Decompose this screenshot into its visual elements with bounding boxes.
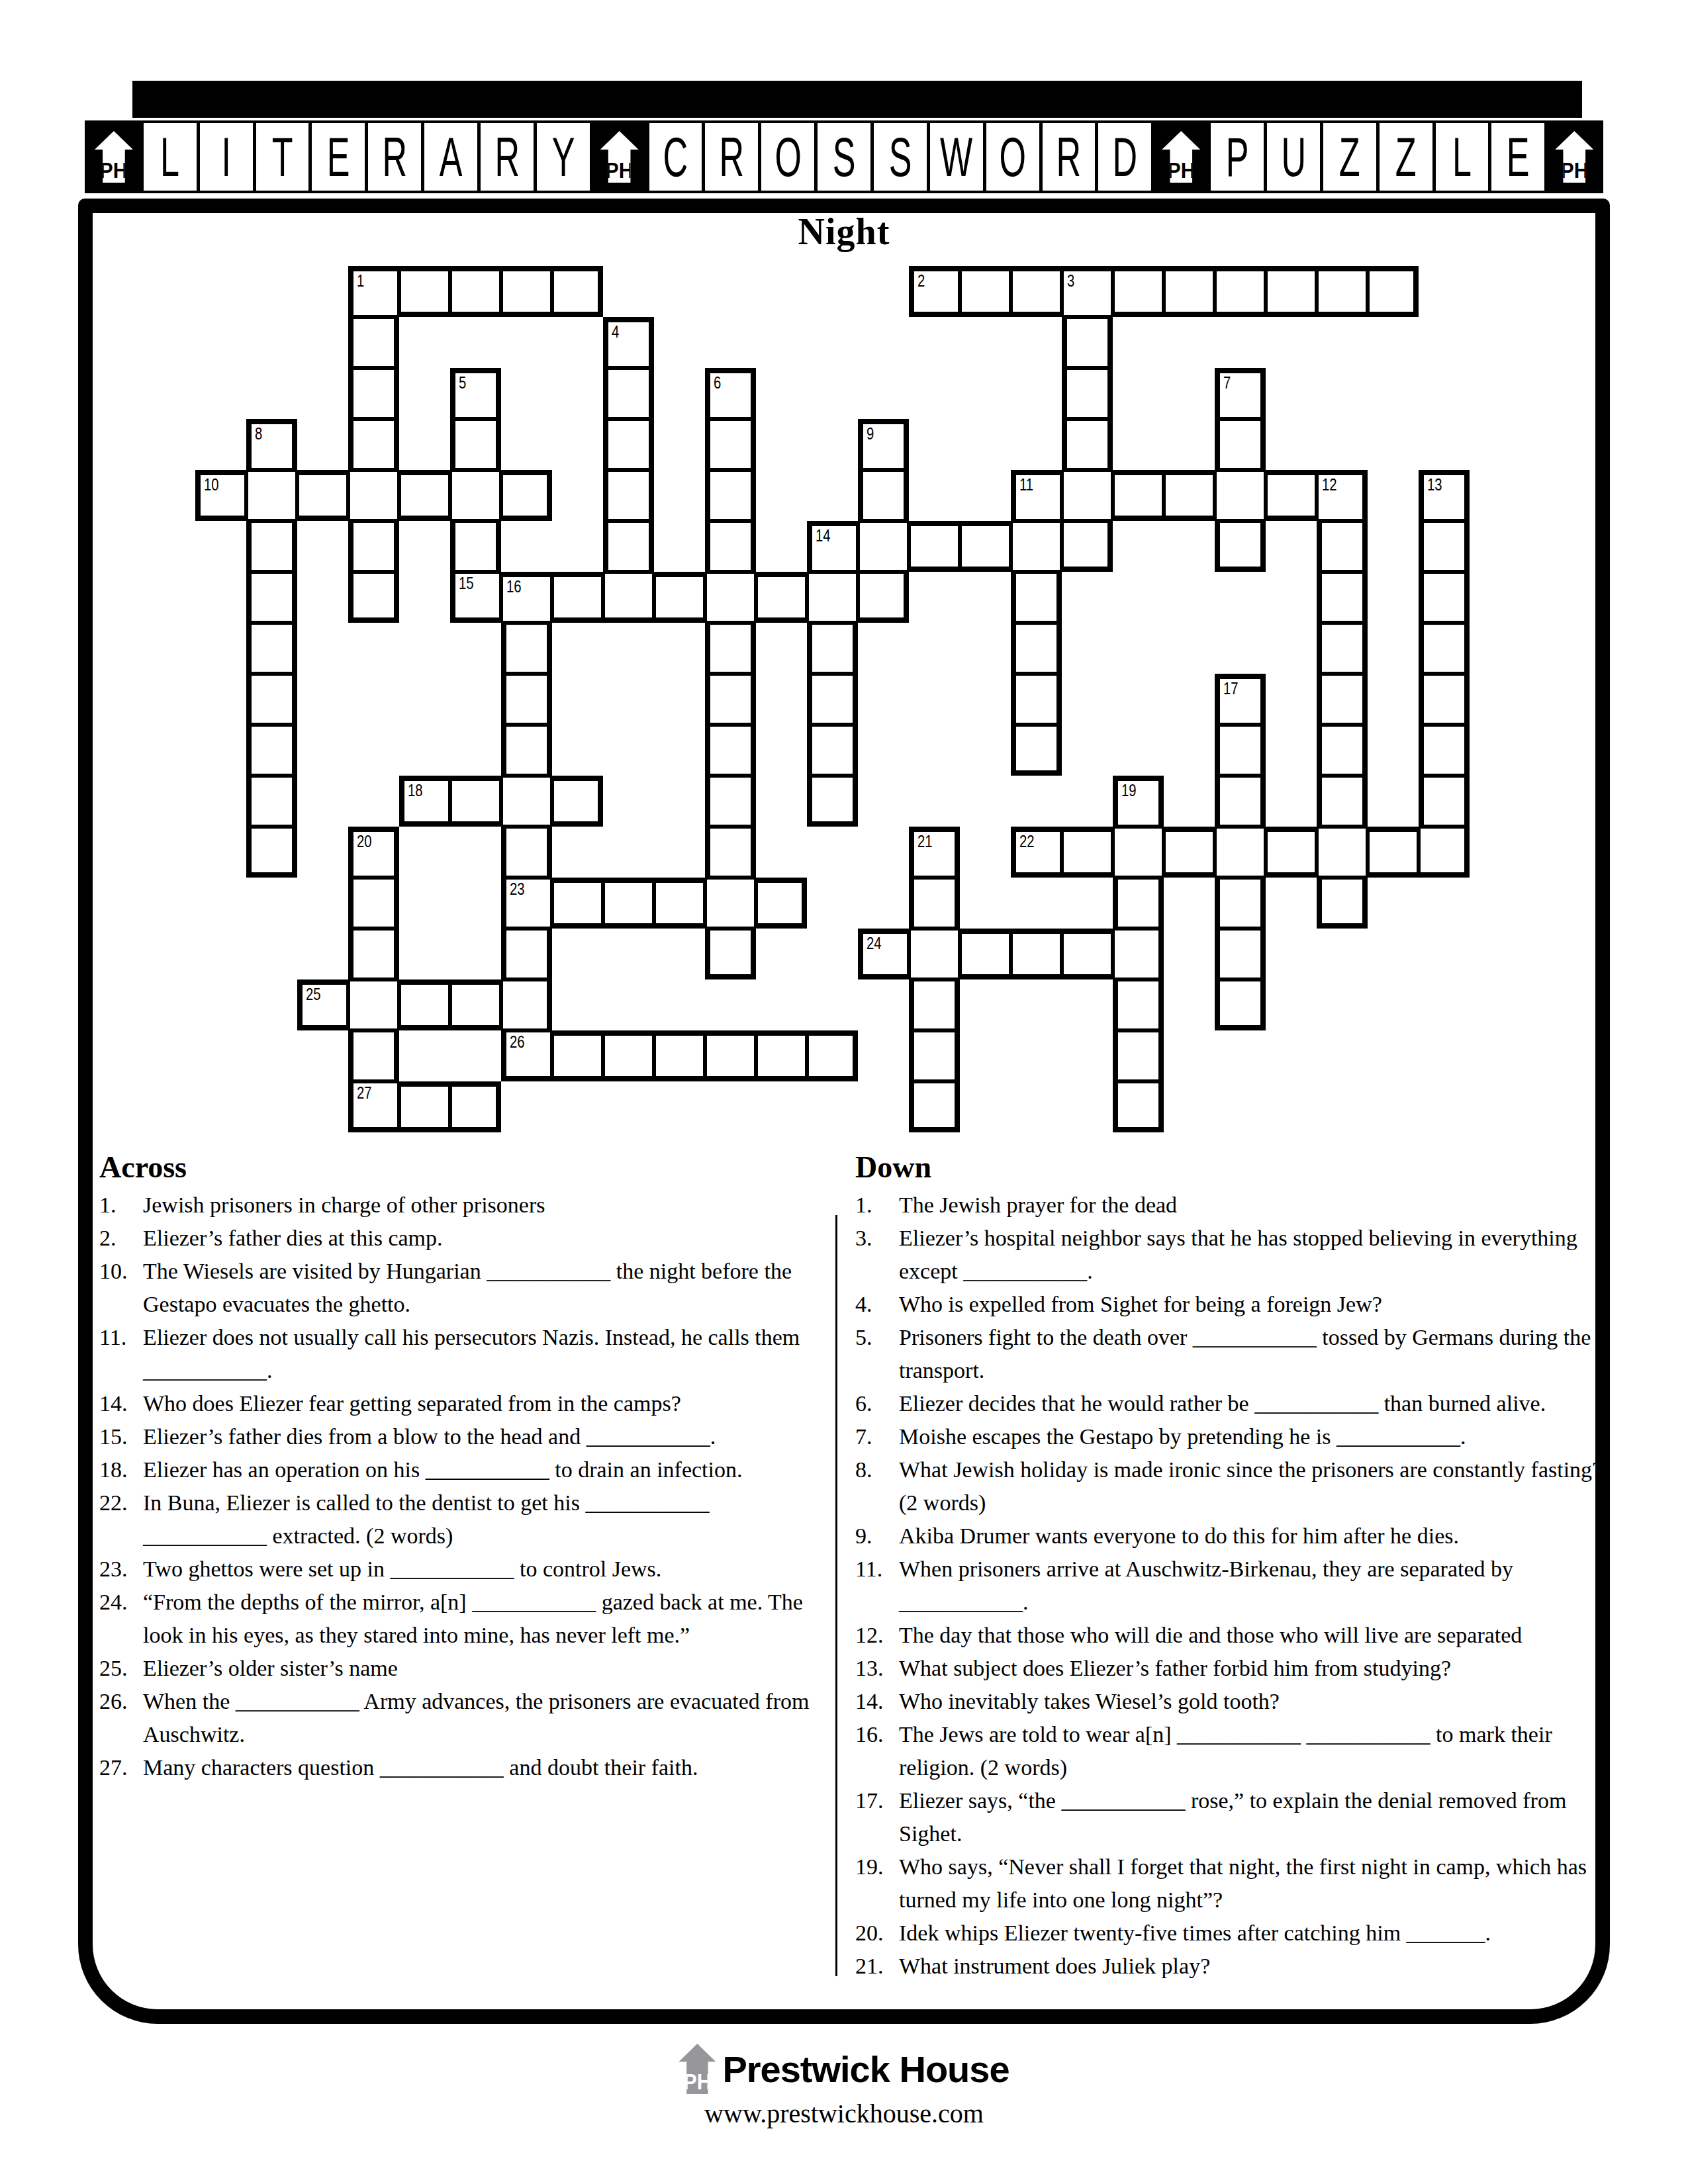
grid-cell-r9c6[interactable]: [501, 725, 552, 776]
grid-cell-r11c3[interactable]: 20: [348, 827, 399, 878]
clue-number: 24.: [99, 1586, 128, 1619]
grid-cell-r9c1[interactable]: [246, 725, 297, 776]
grid-cell-r7c16[interactable]: [1011, 623, 1062, 674]
banner-letter-tile: W: [930, 123, 983, 191]
across-clue-item: 25.Eliezer’s older sister’s name: [99, 1652, 827, 1685]
grid-cell-r3c17[interactable]: [1062, 419, 1113, 470]
grid-cell-r11c22[interactable]: [1317, 827, 1368, 878]
grid-cell-r4c0[interactable]: 10: [195, 470, 246, 521]
clue-text: The Wiesels are visited by Hungarian ___…: [143, 1259, 792, 1316]
grid-cell-r5c10[interactable]: [705, 521, 756, 572]
banner-letter-tile: S: [874, 123, 927, 191]
crossword-board: 1234567891011121314151617181920212223242…: [195, 266, 1470, 1132]
publisher-url: www.prestwickhouse.com: [0, 2098, 1688, 2129]
grid-cell-r3c8[interactable]: [603, 419, 654, 470]
grid-cell-r16c4[interactable]: [399, 1081, 450, 1132]
grid-cell-r15c6[interactable]: 26: [501, 1030, 552, 1081]
grid-cell-r6c22[interactable]: [1317, 572, 1368, 623]
clue-number: 15.: [99, 1420, 128, 1453]
grid-cell-r5c17[interactable]: [1062, 521, 1113, 572]
page-title: Night: [0, 210, 1688, 253]
grid-cell-r8c12[interactable]: [807, 674, 858, 725]
grid-cell-r12c3[interactable]: [348, 878, 399, 929]
across-clue-item: 10.The Wiesels are visited by Hungarian …: [99, 1255, 827, 1321]
grid-cell-r15c3[interactable]: [348, 1030, 399, 1081]
down-clue-list: 1.The Jewish prayer for the dead3.Elieze…: [855, 1189, 1603, 1983]
grid-cell-r12c18[interactable]: [1113, 878, 1164, 929]
grid-cell-r15c11[interactable]: [756, 1030, 807, 1081]
clue-text: What instrument does Juliek play?: [899, 1954, 1210, 1978]
across-clue-item: 14.Who does Eliezer fear getting separat…: [99, 1387, 827, 1420]
clue-text: Who does Eliezer fear getting separated …: [143, 1391, 681, 1416]
clue-number: 11.: [855, 1553, 882, 1586]
clue-number: 11.: [99, 1321, 126, 1354]
grid-cell-r4c22[interactable]: 12: [1317, 470, 1368, 521]
grid-cell-r9c20[interactable]: [1215, 725, 1266, 776]
grid-cell-r7c12[interactable]: [807, 623, 858, 674]
grid-cell-r6c5[interactable]: 15: [450, 572, 501, 623]
grid-cell-r4c10[interactable]: [705, 470, 756, 521]
down-clues-section: Down 1.The Jewish prayer for the dead3.E…: [855, 1150, 1603, 1983]
top-rule-bar: [132, 81, 1582, 118]
grid-cell-r4c6[interactable]: [501, 470, 552, 521]
worksheet-page: { "header": { "tiles": ["*","L","I","T",…: [0, 0, 1688, 2184]
clue-number-label: 15: [459, 574, 474, 592]
clue-text: The Jews are told to wear a[n] _________…: [899, 1722, 1552, 1780]
clue-number-label: 4: [612, 323, 619, 341]
clue-number: 19.: [855, 1850, 884, 1884]
grid-cell-r2c3[interactable]: [348, 368, 399, 419]
grid-cell-r3c10[interactable]: [705, 419, 756, 470]
grid-cell-r16c3[interactable]: 27: [348, 1081, 399, 1132]
clue-text: What Jewish holiday is made ironic since…: [899, 1457, 1602, 1515]
clue-number-label: 5: [459, 374, 466, 392]
grid-cell-r0c14[interactable]: 2: [909, 266, 960, 317]
grid-cell-r7c22[interactable]: [1317, 623, 1368, 674]
banner-letter-tile: R: [1043, 123, 1096, 191]
clue-number-label: 11: [1019, 476, 1033, 494]
grid-cell-r16c5[interactable]: [450, 1081, 501, 1132]
grid-cell-r5c3[interactable]: [348, 521, 399, 572]
grid-cell-r0c20[interactable]: [1215, 266, 1266, 317]
down-clue-item: 20.Idek whips Eliezer twenty-five times …: [855, 1917, 1603, 1950]
clue-number-label: 26: [510, 1033, 525, 1051]
clue-number: 14.: [855, 1685, 884, 1718]
clue-text: Eliezer does not usually call his persec…: [143, 1325, 800, 1383]
grid-cell-r5c24[interactable]: [1419, 521, 1470, 572]
clue-number: 13.: [855, 1652, 884, 1685]
down-clue-item: 8.What Jewish holiday is made ironic sin…: [855, 1453, 1603, 1520]
grid-cell-r9c22[interactable]: [1317, 725, 1368, 776]
grid-cell-r0c3[interactable]: 1: [348, 266, 399, 317]
grid-cell-r5c15[interactable]: [960, 521, 1011, 572]
down-clue-item: 3.Eliezer’s hospital neighbor says that …: [855, 1222, 1603, 1288]
grid-cell-r12c20[interactable]: [1215, 878, 1266, 929]
grid-cell-r5c13[interactable]: [858, 521, 909, 572]
banner-letter-tile: C: [649, 123, 702, 191]
grid-cell-r14c2[interactable]: 25: [297, 979, 348, 1030]
clue-number-label: 2: [917, 272, 925, 290]
grid-cell-r0c7[interactable]: [552, 266, 603, 317]
prestwick-house-logo-icon: PH: [593, 123, 646, 191]
clue-text: Prisoners fight to the death over ______…: [899, 1325, 1591, 1383]
prestwick-house-logo-icon: PH: [1154, 123, 1207, 191]
grid-cell-r0c17[interactable]: 3: [1062, 266, 1113, 317]
grid-cell-r15c12[interactable]: [807, 1030, 858, 1081]
grid-cell-r6c16[interactable]: [1011, 572, 1062, 623]
clue-number: 5.: [855, 1321, 872, 1354]
grid-cell-r2c20[interactable]: 7: [1215, 368, 1266, 419]
grid-cell-r7c10[interactable]: [705, 623, 756, 674]
clue-text: Eliezer has an operation on his ________…: [143, 1457, 742, 1482]
grid-cell-r11c1[interactable]: [246, 827, 297, 878]
grid-cell-r4c1[interactable]: [246, 470, 297, 521]
clue-text: Eliezer’s hospital neighbor says that he…: [899, 1226, 1577, 1283]
grid-cell-r5c16[interactable]: [1011, 521, 1062, 572]
grid-cell-r10c18[interactable]: 19: [1113, 776, 1164, 827]
grid-cell-r6c10[interactable]: [705, 572, 756, 623]
clue-number: 17.: [855, 1784, 884, 1817]
grid-cell-r0c5[interactable]: [450, 266, 501, 317]
clue-number-label: 25: [306, 985, 321, 1003]
grid-cell-r12c7[interactable]: [552, 878, 603, 929]
grid-cell-r11c17[interactable]: [1062, 827, 1113, 878]
grid-cell-r14c4[interactable]: [399, 979, 450, 1030]
grid-cell-r4c8[interactable]: [603, 470, 654, 521]
grid-cell-r4c16[interactable]: 11: [1011, 470, 1062, 521]
grid-cell-r11c18[interactable]: [1113, 827, 1164, 878]
down-clue-item: 14.Who inevitably takes Wiesel’s gold to…: [855, 1685, 1603, 1718]
clue-number: 4.: [855, 1288, 872, 1321]
grid-cell-r4c17[interactable]: [1062, 470, 1113, 521]
clue-text: Many characters question ___________ and…: [143, 1755, 698, 1780]
clue-text: Akiba Drumer wants everyone to do this f…: [899, 1524, 1459, 1548]
grid-cell-r13c17[interactable]: [1062, 929, 1113, 979]
grid-cell-r3c20[interactable]: [1215, 419, 1266, 470]
grid-cell-r13c14[interactable]: [909, 929, 960, 979]
clue-number-label: 21: [917, 833, 933, 850]
clue-number: 23.: [99, 1553, 128, 1586]
grid-cell-r10c5[interactable]: [450, 776, 501, 827]
grid-cell-r14c14[interactable]: [909, 979, 960, 1030]
clue-number-label: 12: [1322, 476, 1337, 494]
grid-cell-r11c19[interactable]: [1164, 827, 1215, 878]
clue-number: 10.: [99, 1255, 128, 1288]
across-clue-list: 1.Jewish prisoners in charge of other pr…: [99, 1189, 827, 1784]
down-clue-item: 13.What subject does Eliezer’s father fo…: [855, 1652, 1603, 1685]
clue-text: When the ___________ Army advances, the …: [143, 1689, 809, 1747]
clue-text: Eliezer’s older sister’s name: [143, 1656, 398, 1680]
clue-number-label: 13: [1427, 476, 1442, 494]
grid-cell-r11c10[interactable]: [705, 827, 756, 878]
grid-cell-r0c23[interactable]: [1368, 266, 1419, 317]
grid-cell-r14c20[interactable]: [1215, 979, 1266, 1030]
grid-cell-r15c7[interactable]: [552, 1030, 603, 1081]
grid-cell-r1c8[interactable]: 4: [603, 317, 654, 368]
banner-letter-tile: R: [705, 123, 758, 191]
grid-cell-r6c8[interactable]: [603, 572, 654, 623]
grid-cell-r5c5[interactable]: [450, 521, 501, 572]
clue-text: Eliezer’s father dies from a blow to the…: [143, 1424, 716, 1449]
grid-cell-r13c6[interactable]: [501, 929, 552, 979]
grid-cell-r0c15[interactable]: [960, 266, 1011, 317]
grid-cell-r4c18[interactable]: [1113, 470, 1164, 521]
grid-cell-r1c3[interactable]: [348, 317, 399, 368]
grid-cell-r15c18[interactable]: [1113, 1030, 1164, 1081]
grid-cell-r16c18[interactable]: [1113, 1081, 1164, 1132]
grid-cell-r11c21[interactable]: [1266, 827, 1317, 878]
clue-number-label: 24: [867, 934, 882, 952]
prestwick-house-logo-icon: PH: [679, 2044, 716, 2094]
grid-cell-r0c6[interactable]: [501, 266, 552, 317]
grid-cell-r4c21[interactable]: [1266, 470, 1317, 521]
across-clue-item: 26.When the ___________ Army advances, t…: [99, 1685, 827, 1751]
grid-cell-r6c11[interactable]: [756, 572, 807, 623]
clue-number: 25.: [99, 1652, 128, 1685]
across-clue-item: 11.Eliezer does not usually call his per…: [99, 1321, 827, 1387]
grid-cell-r5c20[interactable]: [1215, 521, 1266, 572]
grid-cell-r4c4[interactable]: [399, 470, 450, 521]
prestwick-house-logo-icon: PH: [1548, 123, 1601, 191]
grid-cell-r4c3[interactable]: [348, 470, 399, 521]
grid-cell-r5c14[interactable]: [909, 521, 960, 572]
across-clue-item: 24.“From the depths of the mirror, a[n] …: [99, 1586, 827, 1652]
grid-cell-r10c4[interactable]: 18: [399, 776, 450, 827]
grid-cell-r10c22[interactable]: [1317, 776, 1368, 827]
across-clue-item: 22.In Buna, Eliezer is called to the den…: [99, 1486, 827, 1553]
grid-cell-r5c8[interactable]: [603, 521, 654, 572]
grid-cell-r8c16[interactable]: [1011, 674, 1062, 725]
across-clue-item: 23.Two ghettos were set up in __________…: [99, 1553, 827, 1586]
across-clue-item: 18.Eliezer has an operation on his _____…: [99, 1453, 827, 1486]
grid-cell-r0c22[interactable]: [1317, 266, 1368, 317]
grid-cell-r14c18[interactable]: [1113, 979, 1164, 1030]
grid-cell-r8c6[interactable]: [501, 674, 552, 725]
clue-number: 9.: [855, 1520, 872, 1553]
clue-number: 7.: [855, 1420, 872, 1453]
grid-cell-r2c17[interactable]: [1062, 368, 1113, 419]
down-clue-item: 7.Moishe escapes the Gestapo by pretendi…: [855, 1420, 1603, 1453]
grid-cell-r13c13[interactable]: 24: [858, 929, 909, 979]
clue-number: 12.: [855, 1619, 884, 1652]
grid-cell-r14c5[interactable]: [450, 979, 501, 1030]
banner-letter-tile: I: [200, 123, 253, 191]
clue-number-label: 7: [1223, 374, 1231, 392]
grid-cell-r13c15[interactable]: [960, 929, 1011, 979]
grid-cell-r13c16[interactable]: [1011, 929, 1062, 979]
grid-cell-r5c12[interactable]: 14: [807, 521, 858, 572]
clue-text: Who inevitably takes Wiesel’s gold tooth…: [899, 1689, 1280, 1713]
clue-number: 1.: [855, 1189, 872, 1222]
clue-number-label: 6: [714, 374, 721, 392]
grid-cell-r16c14[interactable]: [909, 1081, 960, 1132]
grid-cell-r12c10[interactable]: [705, 878, 756, 929]
grid-cell-r11c6[interactable]: [501, 827, 552, 878]
grid-cell-r10c1[interactable]: [246, 776, 297, 827]
grid-cell-r3c1[interactable]: 8: [246, 419, 297, 470]
grid-cell-r10c20[interactable]: [1215, 776, 1266, 827]
clue-number-label: 19: [1121, 782, 1137, 799]
banner-letter-tile: Z: [1380, 123, 1432, 191]
clue-text: Who is expelled from Sighet for being a …: [899, 1292, 1382, 1316]
clue-number-label: 9: [867, 425, 874, 443]
clue-number-label: 23: [510, 880, 525, 898]
clue-text: Idek whips Eliezer twenty-five times aft…: [899, 1921, 1491, 1945]
down-clue-item: 11.When prisoners arrive at Auschwitz-Bi…: [855, 1553, 1603, 1619]
grid-cell-r11c23[interactable]: [1368, 827, 1419, 878]
grid-cell-r9c10[interactable]: [705, 725, 756, 776]
clue-number: 14.: [99, 1387, 128, 1420]
grid-cell-r6c13[interactable]: [858, 572, 909, 623]
clue-text: Eliezer decides that he would rather be …: [899, 1391, 1546, 1416]
clue-number-label: 20: [357, 833, 372, 850]
grid-cell-r3c5[interactable]: [450, 419, 501, 470]
clue-number-label: 16: [506, 578, 522, 596]
grid-cell-r6c6[interactable]: 16: [501, 572, 552, 623]
banner-letter-tile: Z: [1323, 123, 1376, 191]
grid-cell-r11c20[interactable]: [1215, 827, 1266, 878]
clue-number-label: 17: [1223, 680, 1239, 698]
grid-cell-r12c6[interactable]: 23: [501, 878, 552, 929]
clue-text: “From the depths of the mirror, a[n] ___…: [143, 1590, 803, 1647]
down-clue-item: 4.Who is expelled from Sighet for being …: [855, 1288, 1603, 1321]
grid-cell-r10c7[interactable]: [552, 776, 603, 827]
down-clue-item: 16.The Jews are told to wear a[n] ______…: [855, 1718, 1603, 1784]
grid-cell-r4c5[interactable]: [450, 470, 501, 521]
banner-letter-tile: S: [818, 123, 870, 191]
grid-cell-r7c24[interactable]: [1419, 623, 1470, 674]
clue-number: 22.: [99, 1486, 128, 1520]
across-clue-item: 1.Jewish prisoners in charge of other pr…: [99, 1189, 827, 1222]
grid-cell-r5c1[interactable]: [246, 521, 297, 572]
across-clue-item: 15.Eliezer’s father dies from a blow to …: [99, 1420, 827, 1453]
grid-cell-r2c8[interactable]: [603, 368, 654, 419]
grid-cell-r13c18[interactable]: [1113, 929, 1164, 979]
grid-cell-r15c14[interactable]: [909, 1030, 960, 1081]
grid-cell-r6c7[interactable]: [552, 572, 603, 623]
down-clue-item: 9.Akiba Drumer wants everyone to do this…: [855, 1520, 1603, 1553]
grid-cell-r6c1[interactable]: [246, 572, 297, 623]
grid-cell-r6c3[interactable]: [348, 572, 399, 623]
grid-cell-r3c13[interactable]: 9: [858, 419, 909, 470]
grid-cell-r5c22[interactable]: [1317, 521, 1368, 572]
grid-cell-r12c22[interactable]: [1317, 878, 1368, 929]
clue-text: Jewish prisoners in charge of other pris…: [143, 1193, 545, 1217]
grid-cell-r10c6[interactable]: [501, 776, 552, 827]
clue-number: 8.: [855, 1453, 872, 1486]
prestwick-house-logo-icon: PH: [87, 123, 140, 191]
grid-cell-r10c12[interactable]: [807, 776, 858, 827]
clue-text: Eliezer says, “the ___________ rose,” to…: [899, 1788, 1566, 1846]
banner-letter-tile: A: [424, 123, 477, 191]
grid-cell-r15c9[interactable]: [654, 1030, 705, 1081]
literary-crossword-puzzle-banner: PHLITERARYPHCROSSWORDPHPUZZLEPH: [85, 120, 1603, 193]
clue-number-label: 3: [1067, 272, 1074, 290]
grid-cell-r10c24[interactable]: [1419, 776, 1470, 827]
grid-cell-r11c14[interactable]: 21: [909, 827, 960, 878]
grid-cell-r12c14[interactable]: [909, 878, 960, 929]
grid-cell-r6c24[interactable]: [1419, 572, 1470, 623]
grid-cell-r4c24[interactable]: 13: [1419, 470, 1470, 521]
grid-cell-r10c10[interactable]: [705, 776, 756, 827]
grid-cell-r7c1[interactable]: [246, 623, 297, 674]
grid-cell-r0c19[interactable]: [1164, 266, 1215, 317]
grid-cell-r15c8[interactable]: [603, 1030, 654, 1081]
clue-text: The day that those who will die and thos…: [899, 1623, 1522, 1647]
grid-cell-r12c8[interactable]: [603, 878, 654, 929]
grid-cell-r8c22[interactable]: [1317, 674, 1368, 725]
grid-cell-r0c18[interactable]: [1113, 266, 1164, 317]
banner-letter-tile: E: [312, 123, 365, 191]
down-clue-item: 19.Who says, “Never shall I forget that …: [855, 1850, 1603, 1917]
banner-letter-tile: R: [368, 123, 421, 191]
grid-cell-r3c3[interactable]: [348, 419, 399, 470]
clue-text: In Buna, Eliezer is called to the dentis…: [143, 1490, 710, 1548]
grid-cell-r13c3[interactable]: [348, 929, 399, 979]
grid-cell-r1c17[interactable]: [1062, 317, 1113, 368]
clue-text: When prisoners arrive at Auschwitz-Birke…: [899, 1557, 1513, 1614]
grid-cell-r4c13[interactable]: [858, 470, 909, 521]
grid-cell-r9c12[interactable]: [807, 725, 858, 776]
across-clues-section: Across 1.Jewish prisoners in charge of o…: [99, 1150, 827, 1784]
clue-text: The Jewish prayer for the dead: [899, 1193, 1177, 1217]
clue-number: 3.: [855, 1222, 872, 1255]
grid-cell-r4c2[interactable]: [297, 470, 348, 521]
grid-cell-r9c24[interactable]: [1419, 725, 1470, 776]
grid-cell-r8c10[interactable]: [705, 674, 756, 725]
across-heading: Across: [99, 1150, 827, 1185]
down-clue-item: 1.The Jewish prayer for the dead: [855, 1189, 1603, 1222]
grid-cell-r4c20[interactable]: [1215, 470, 1266, 521]
grid-cell-r13c10[interactable]: [705, 929, 756, 979]
grid-cell-r14c3[interactable]: [348, 979, 399, 1030]
grid-cell-r6c9[interactable]: [654, 572, 705, 623]
grid-cell-r13c20[interactable]: [1215, 929, 1266, 979]
clue-number-label: 8: [255, 425, 262, 443]
grid-cell-r0c21[interactable]: [1266, 266, 1317, 317]
grid-cell-r7c6[interactable]: [501, 623, 552, 674]
grid-cell-r2c5[interactable]: 5: [450, 368, 501, 419]
grid-cell-r12c9[interactable]: [654, 878, 705, 929]
publisher-footer: PH Prestwick House www.prestwickhouse.co…: [0, 2044, 1688, 2129]
grid-cell-r8c24[interactable]: [1419, 674, 1470, 725]
grid-cell-r0c16[interactable]: [1011, 266, 1062, 317]
grid-cell-r12c11[interactable]: [756, 878, 807, 929]
banner-letter-tile: D: [1098, 123, 1151, 191]
clue-number: 16.: [855, 1718, 884, 1751]
down-clue-item: 21.What instrument does Juliek play?: [855, 1950, 1603, 1983]
clue-number: 26.: [99, 1685, 128, 1718]
grid-cell-r8c20[interactable]: 17: [1215, 674, 1266, 725]
grid-cell-r11c24[interactable]: [1419, 827, 1470, 878]
grid-cell-r2c10[interactable]: 6: [705, 368, 756, 419]
grid-cell-r8c1[interactable]: [246, 674, 297, 725]
across-clue-item: 2.Eliezer’s father dies at this camp.: [99, 1222, 827, 1255]
grid-cell-r9c16[interactable]: [1011, 725, 1062, 776]
down-clue-item: 5.Prisoners fight to the death over ____…: [855, 1321, 1603, 1387]
grid-cell-r0c4[interactable]: [399, 266, 450, 317]
grid-cell-r4c19[interactable]: [1164, 470, 1215, 521]
clue-text: Eliezer’s father dies at this camp.: [143, 1226, 443, 1250]
banner-letter-tile: P: [1211, 123, 1264, 191]
grid-cell-r14c6[interactable]: [501, 979, 552, 1030]
across-clue-item: 27.Many characters question ___________ …: [99, 1751, 827, 1784]
grid-cell-r6c12[interactable]: [807, 572, 858, 623]
banner-letter-tile: O: [986, 123, 1039, 191]
clue-number-label: 10: [204, 476, 219, 494]
grid-cell-r11c16[interactable]: 22: [1011, 827, 1062, 878]
grid-cell-r15c10[interactable]: [705, 1030, 756, 1081]
